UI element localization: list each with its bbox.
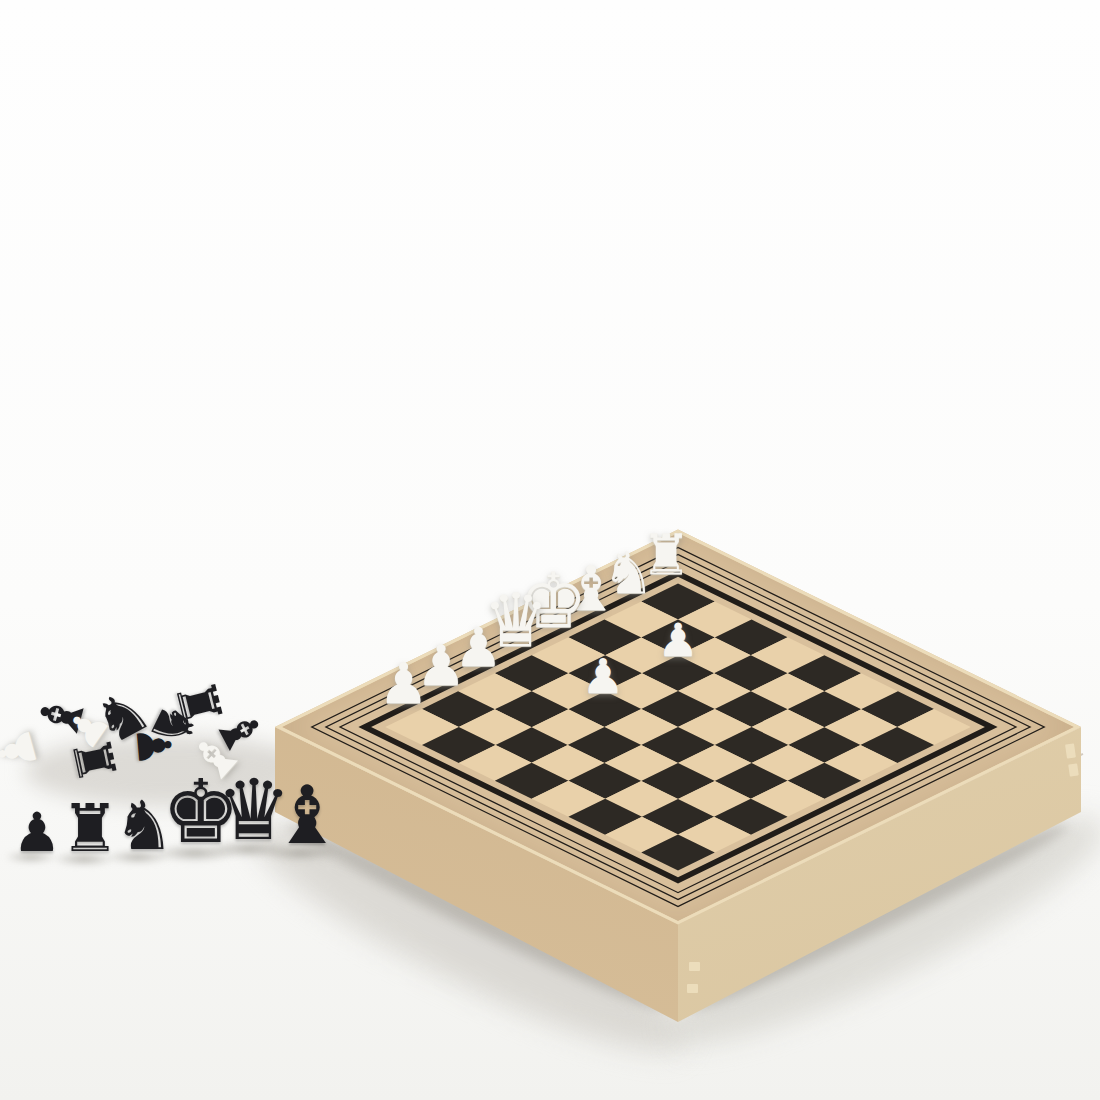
black-rook-pile: ♜ bbox=[64, 732, 125, 788]
pieces-layer: ♟♟♟♛♚♝♞♜♟♟♟♜♞♚♛♝♝♟♟♞♟♜♞♝♝♜ bbox=[0, 0, 1100, 1100]
white-pawn-f3: ♟ bbox=[657, 617, 698, 663]
black-pawn-offboard: ♟ bbox=[13, 806, 61, 860]
white-pawn-a1: ♟ bbox=[378, 656, 428, 712]
black-bishop-offboard: ♝ bbox=[271, 776, 343, 856]
white-pawn-pile: ♟ bbox=[0, 723, 45, 777]
photo-scene: Overhead-angle photo of a wooden chess b… bbox=[0, 0, 1100, 1100]
white-pawn-d3: ♟ bbox=[581, 652, 624, 700]
black-rook-offboard: ♜ bbox=[60, 796, 119, 862]
black-knight-offboard: ♞ bbox=[114, 792, 175, 860]
